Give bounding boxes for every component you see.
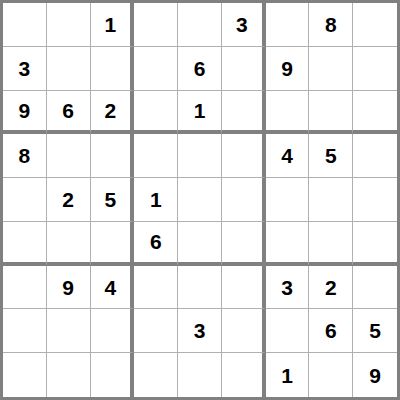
cell-r6c9[interactable]: [353, 222, 397, 266]
cell-r8c8[interactable]: 6: [309, 309, 353, 353]
cell-r2c8[interactable]: [309, 47, 353, 91]
cell-r9c8[interactable]: [309, 353, 353, 397]
cell-r4c2[interactable]: [47, 134, 91, 178]
cell-r1c8[interactable]: 8: [309, 3, 353, 47]
cell-r2c2[interactable]: [47, 47, 91, 91]
cell-r6c7[interactable]: [266, 222, 310, 266]
cell-r5c9[interactable]: [353, 178, 397, 222]
cell-r7c8[interactable]: 2: [309, 266, 353, 310]
cell-r1c5[interactable]: [178, 3, 222, 47]
cell-r6c3[interactable]: [91, 222, 135, 266]
cell-r3c7[interactable]: [266, 91, 310, 135]
cell-r5c5[interactable]: [178, 178, 222, 222]
cell-r8c7[interactable]: [266, 309, 310, 353]
cell-r5c1[interactable]: [3, 178, 47, 222]
cell-r9c5[interactable]: [178, 353, 222, 397]
cell-r1c7[interactable]: [266, 3, 310, 47]
cell-r8c9[interactable]: 5: [353, 309, 397, 353]
cell-r4c9[interactable]: [353, 134, 397, 178]
cell-r5c6[interactable]: [222, 178, 266, 222]
cell-r3c2[interactable]: 6: [47, 91, 91, 135]
cell-r9c1[interactable]: [3, 353, 47, 397]
cell-r6c4[interactable]: 6: [134, 222, 178, 266]
cell-r6c1[interactable]: [3, 222, 47, 266]
cell-r3c5[interactable]: 1: [178, 91, 222, 135]
cell-r5c3[interactable]: 5: [91, 178, 135, 222]
cell-r4c6[interactable]: [222, 134, 266, 178]
cell-r9c2[interactable]: [47, 353, 91, 397]
cell-r2c3[interactable]: [91, 47, 135, 91]
cell-r5c7[interactable]: [266, 178, 310, 222]
cell-r3c4[interactable]: [134, 91, 178, 135]
cell-r3c1[interactable]: 9: [3, 91, 47, 135]
cell-r2c9[interactable]: [353, 47, 397, 91]
cell-r2c1[interactable]: 3: [3, 47, 47, 91]
cell-r8c2[interactable]: [47, 309, 91, 353]
cell-r8c4[interactable]: [134, 309, 178, 353]
cell-r7c2[interactable]: 9: [47, 266, 91, 310]
cell-r9c6[interactable]: [222, 353, 266, 397]
cell-r9c7[interactable]: 1: [266, 353, 310, 397]
cell-r2c7[interactable]: 9: [266, 47, 310, 91]
cell-r1c4[interactable]: [134, 3, 178, 47]
cell-r6c8[interactable]: [309, 222, 353, 266]
sudoku-board: 13836996218452516943236519: [0, 0, 400, 400]
cell-r3c9[interactable]: [353, 91, 397, 135]
cell-r1c1[interactable]: [3, 3, 47, 47]
cell-r9c4[interactable]: [134, 353, 178, 397]
cell-r8c1[interactable]: [3, 309, 47, 353]
cell-r1c6[interactable]: 3: [222, 3, 266, 47]
cell-r6c5[interactable]: [178, 222, 222, 266]
cell-r9c3[interactable]: [91, 353, 135, 397]
cell-r4c4[interactable]: [134, 134, 178, 178]
cell-r4c8[interactable]: 5: [309, 134, 353, 178]
cell-r1c2[interactable]: [47, 3, 91, 47]
cell-r1c9[interactable]: [353, 3, 397, 47]
sudoku-puzzle: 13836996218452516943236519: [0, 0, 400, 400]
cell-r4c3[interactable]: [91, 134, 135, 178]
cell-r6c2[interactable]: [47, 222, 91, 266]
cell-r8c5[interactable]: 3: [178, 309, 222, 353]
cell-r5c8[interactable]: [309, 178, 353, 222]
cell-r7c5[interactable]: [178, 266, 222, 310]
cell-r7c9[interactable]: [353, 266, 397, 310]
cell-r7c1[interactable]: [3, 266, 47, 310]
cell-r4c1[interactable]: 8: [3, 134, 47, 178]
cell-r3c3[interactable]: 2: [91, 91, 135, 135]
cell-r3c8[interactable]: [309, 91, 353, 135]
cell-r7c4[interactable]: [134, 266, 178, 310]
cell-r4c7[interactable]: 4: [266, 134, 310, 178]
cell-r8c6[interactable]: [222, 309, 266, 353]
cell-r2c5[interactable]: 6: [178, 47, 222, 91]
cell-r4c5[interactable]: [178, 134, 222, 178]
cell-r2c6[interactable]: [222, 47, 266, 91]
cell-r1c3[interactable]: 1: [91, 3, 135, 47]
cell-r7c6[interactable]: [222, 266, 266, 310]
cell-r5c4[interactable]: 1: [134, 178, 178, 222]
cell-r2c4[interactable]: [134, 47, 178, 91]
cell-r8c3[interactable]: [91, 309, 135, 353]
cell-r6c6[interactable]: [222, 222, 266, 266]
cell-r7c3[interactable]: 4: [91, 266, 135, 310]
cell-r5c2[interactable]: 2: [47, 178, 91, 222]
cell-r7c7[interactable]: 3: [266, 266, 310, 310]
cell-r9c9[interactable]: 9: [353, 353, 397, 397]
cell-r3c6[interactable]: [222, 91, 266, 135]
